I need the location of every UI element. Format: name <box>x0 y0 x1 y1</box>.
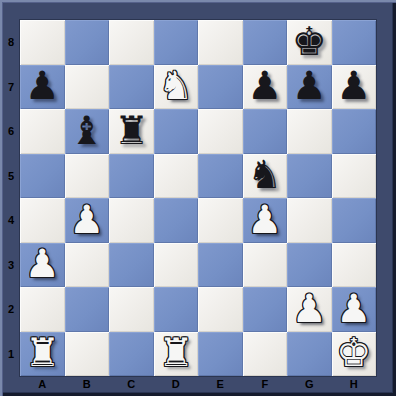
square-c4[interactable] <box>109 198 154 243</box>
square-g2[interactable]: ♟ <box>287 287 332 332</box>
square-c5[interactable] <box>109 154 154 199</box>
square-g3[interactable] <box>287 243 332 288</box>
board: ♚♟♞♟♟♟♝♜♞♟♟♟♟♟♜♜♚ <box>20 20 376 376</box>
rank-labels: 87654321 <box>0 20 20 376</box>
square-h5[interactable] <box>332 154 377 199</box>
square-h4[interactable] <box>332 198 377 243</box>
square-h1[interactable]: ♚ <box>332 332 377 377</box>
square-h2[interactable]: ♟ <box>332 287 377 332</box>
square-b5[interactable] <box>65 154 110 199</box>
square-d5[interactable] <box>154 154 199 199</box>
square-d2[interactable] <box>154 287 199 332</box>
white-knight-d7[interactable]: ♞ <box>158 66 193 105</box>
square-f3[interactable] <box>243 243 288 288</box>
file-label-c: C <box>109 375 154 393</box>
square-f2[interactable] <box>243 287 288 332</box>
file-label-g: G <box>287 375 332 393</box>
chessboard-frame: 87654321 ABCDEFGH ♚♟♞♟♟♟♝♜♞♟♟♟♟♟♜♜♚ <box>0 0 396 396</box>
white-pawn-g2[interactable]: ♟ <box>292 289 327 328</box>
square-d4[interactable] <box>154 198 199 243</box>
square-a6[interactable] <box>20 109 65 154</box>
square-h3[interactable] <box>332 243 377 288</box>
square-b8[interactable] <box>65 20 110 65</box>
file-label-b: B <box>65 375 110 393</box>
rank-label-4: 4 <box>0 198 20 243</box>
square-a8[interactable] <box>20 20 65 65</box>
square-e5[interactable] <box>198 154 243 199</box>
square-f8[interactable] <box>243 20 288 65</box>
square-a1[interactable]: ♜ <box>20 332 65 377</box>
black-pawn-a7[interactable]: ♟ <box>25 66 60 105</box>
square-d1[interactable]: ♜ <box>154 332 199 377</box>
square-a4[interactable] <box>20 198 65 243</box>
rank-label-8: 8 <box>0 20 20 65</box>
white-rook-a1[interactable]: ♜ <box>25 333 60 372</box>
square-h7[interactable]: ♟ <box>332 65 377 110</box>
file-label-f: F <box>243 375 288 393</box>
square-e2[interactable] <box>198 287 243 332</box>
square-b7[interactable] <box>65 65 110 110</box>
black-pawn-h7[interactable]: ♟ <box>336 66 371 105</box>
square-e4[interactable] <box>198 198 243 243</box>
square-b6[interactable]: ♝ <box>65 109 110 154</box>
square-a3[interactable]: ♟ <box>20 243 65 288</box>
square-e6[interactable] <box>198 109 243 154</box>
file-label-d: D <box>154 375 199 393</box>
square-h8[interactable] <box>332 20 377 65</box>
file-label-e: E <box>198 375 243 393</box>
square-f6[interactable] <box>243 109 288 154</box>
square-e3[interactable] <box>198 243 243 288</box>
white-pawn-b4[interactable]: ♟ <box>69 200 104 239</box>
square-f5[interactable]: ♞ <box>243 154 288 199</box>
square-a5[interactable] <box>20 154 65 199</box>
black-king-g8[interactable]: ♚ <box>292 22 327 61</box>
white-pawn-f4[interactable]: ♟ <box>247 200 282 239</box>
square-c3[interactable] <box>109 243 154 288</box>
square-c6[interactable]: ♜ <box>109 109 154 154</box>
square-e8[interactable] <box>198 20 243 65</box>
square-f4[interactable]: ♟ <box>243 198 288 243</box>
white-pawn-h2[interactable]: ♟ <box>336 289 371 328</box>
square-e7[interactable] <box>198 65 243 110</box>
square-d7[interactable]: ♞ <box>154 65 199 110</box>
square-d3[interactable] <box>154 243 199 288</box>
rank-label-5: 5 <box>0 154 20 199</box>
square-c2[interactable] <box>109 287 154 332</box>
square-g1[interactable] <box>287 332 332 377</box>
rank-label-6: 6 <box>0 109 20 154</box>
square-g8[interactable]: ♚ <box>287 20 332 65</box>
white-rook-d1[interactable]: ♜ <box>158 333 193 372</box>
square-a7[interactable]: ♟ <box>20 65 65 110</box>
square-c1[interactable] <box>109 332 154 377</box>
square-g5[interactable] <box>287 154 332 199</box>
file-label-h: H <box>332 375 377 393</box>
square-g4[interactable] <box>287 198 332 243</box>
black-pawn-g7[interactable]: ♟ <box>292 66 327 105</box>
white-king-h1[interactable]: ♚ <box>336 333 371 372</box>
square-c7[interactable] <box>109 65 154 110</box>
rank-label-3: 3 <box>0 243 20 288</box>
white-pawn-a3[interactable]: ♟ <box>25 244 60 283</box>
black-bishop-b6[interactable]: ♝ <box>69 111 104 150</box>
black-knight-f5[interactable]: ♞ <box>247 155 282 194</box>
square-e1[interactable] <box>198 332 243 377</box>
square-b2[interactable] <box>65 287 110 332</box>
rank-label-7: 7 <box>0 65 20 110</box>
rank-label-2: 2 <box>0 287 20 332</box>
file-labels: ABCDEFGH <box>20 375 376 393</box>
square-f1[interactable] <box>243 332 288 377</box>
rank-label-1: 1 <box>0 332 20 377</box>
square-d8[interactable] <box>154 20 199 65</box>
square-f7[interactable]: ♟ <box>243 65 288 110</box>
black-rook-c6[interactable]: ♜ <box>114 111 149 150</box>
square-d6[interactable] <box>154 109 199 154</box>
file-label-a: A <box>20 375 65 393</box>
square-b1[interactable] <box>65 332 110 377</box>
square-h6[interactable] <box>332 109 377 154</box>
square-g6[interactable] <box>287 109 332 154</box>
square-g7[interactable]: ♟ <box>287 65 332 110</box>
black-pawn-f7[interactable]: ♟ <box>247 66 282 105</box>
square-b3[interactable] <box>65 243 110 288</box>
square-c8[interactable] <box>109 20 154 65</box>
square-b4[interactable]: ♟ <box>65 198 110 243</box>
square-a2[interactable] <box>20 287 65 332</box>
